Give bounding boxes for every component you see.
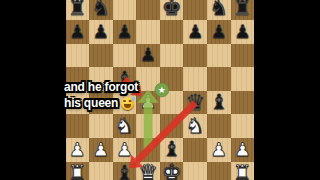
black-pawn-h7[interactable]: ♟ [231, 20, 255, 44]
square-a6[interactable] [66, 44, 90, 68]
square-a7[interactable]: ♟ [66, 20, 90, 44]
caption-line-2: his queen [64, 96, 118, 112]
square-e7[interactable] [160, 20, 184, 44]
square-e4[interactable] [160, 91, 184, 115]
caption: and he forgot his queen [64, 80, 138, 111]
square-b3[interactable] [89, 114, 113, 138]
square-a3[interactable] [66, 114, 90, 138]
square-b6[interactable] [89, 44, 113, 68]
video-frame: ♜♞♚♞♜♟♟♟♟♟♟♟♝♟♛♝♞♞♟♟♟♝♟♟♜♝♛♚♜ ★ and he f… [0, 0, 320, 180]
square-a1[interactable]: ♜ [66, 162, 90, 180]
square-g8[interactable]: ♞ [207, 0, 231, 20]
square-c1[interactable]: ♝ [113, 162, 137, 180]
square-h6[interactable] [231, 44, 255, 68]
square-f1[interactable] [183, 162, 207, 180]
white-rook-a1[interactable]: ♜ [66, 162, 90, 180]
square-e1[interactable]: ♚ [160, 162, 184, 180]
square-b8[interactable]: ♞ [89, 0, 113, 20]
white-bishop-e2[interactable]: ♝ [160, 138, 184, 162]
white-bishop-c1[interactable]: ♝ [113, 162, 137, 180]
square-g3[interactable] [207, 114, 231, 138]
square-g4[interactable]: ♝ [207, 91, 231, 115]
black-pawn-g7[interactable]: ♟ [207, 20, 231, 44]
white-knight-f3[interactable]: ♞ [183, 114, 207, 138]
square-e3[interactable] [160, 114, 184, 138]
square-h3[interactable] [231, 114, 255, 138]
white-knight-c3[interactable]: ♞ [113, 114, 137, 138]
black-rook-a8[interactable]: ♜ [66, 0, 90, 20]
black-pawn-b7[interactable]: ♟ [89, 20, 113, 44]
square-d5[interactable] [136, 67, 160, 91]
square-a2[interactable]: ♟ [66, 138, 90, 162]
black-bishop-g4[interactable]: ♝ [207, 91, 231, 115]
black-rook-h8[interactable]: ♜ [231, 0, 255, 20]
square-b1[interactable] [89, 162, 113, 180]
black-pawn-c7[interactable]: ♟ [113, 20, 137, 44]
square-f3[interactable]: ♞ [183, 114, 207, 138]
square-h4[interactable] [231, 91, 255, 115]
white-pawn-a2[interactable]: ♟ [66, 138, 90, 162]
sweat-smile-emoji [121, 97, 134, 110]
square-c3[interactable]: ♞ [113, 114, 137, 138]
square-d4[interactable]: ♟ [136, 91, 160, 115]
square-f8[interactable] [183, 0, 207, 20]
white-rook-h1[interactable]: ♜ [231, 162, 255, 180]
caption-line-1: and he forgot [64, 80, 138, 96]
square-c6[interactable] [113, 44, 137, 68]
black-pawn-f7[interactable]: ♟ [183, 20, 207, 44]
square-g6[interactable] [207, 44, 231, 68]
white-pawn-h2[interactable]: ♟ [231, 138, 255, 162]
square-f4[interactable]: ♛ [183, 91, 207, 115]
square-c7[interactable]: ♟ [113, 20, 137, 44]
square-h8[interactable]: ♜ [231, 0, 255, 20]
white-pawn-b2[interactable]: ♟ [89, 138, 113, 162]
square-e2[interactable]: ♝ [160, 138, 184, 162]
square-c8[interactable] [113, 0, 137, 20]
square-b2[interactable]: ♟ [89, 138, 113, 162]
square-g2[interactable]: ♟ [207, 138, 231, 162]
square-g7[interactable]: ♟ [207, 20, 231, 44]
white-queen-d1[interactable]: ♛ [136, 162, 160, 180]
square-g1[interactable] [207, 162, 231, 180]
black-pawn-d6[interactable]: ♟ [136, 44, 160, 68]
square-d3[interactable] [136, 114, 160, 138]
square-d7[interactable] [136, 20, 160, 44]
square-h7[interactable]: ♟ [231, 20, 255, 44]
white-pawn-d4[interactable]: ♟ [136, 91, 160, 115]
square-a8[interactable]: ♜ [66, 0, 90, 20]
black-knight-b8[interactable]: ♞ [89, 0, 113, 20]
square-e5[interactable] [160, 67, 184, 91]
square-h5[interactable] [231, 67, 255, 91]
black-king-e8[interactable]: ♚ [160, 0, 184, 20]
square-g5[interactable] [207, 67, 231, 91]
square-h1[interactable]: ♜ [231, 162, 255, 180]
black-queen-f4[interactable]: ♛ [183, 91, 207, 115]
white-pawn-c2[interactable]: ♟ [113, 138, 137, 162]
letterbox-left [0, 0, 64, 180]
square-c2[interactable]: ♟ [113, 138, 137, 162]
square-f2[interactable] [183, 138, 207, 162]
square-d6[interactable]: ♟ [136, 44, 160, 68]
square-h2[interactable]: ♟ [231, 138, 255, 162]
black-knight-g8[interactable]: ♞ [207, 0, 231, 20]
square-d8[interactable] [136, 0, 160, 20]
square-f7[interactable]: ♟ [183, 20, 207, 44]
black-pawn-a7[interactable]: ♟ [66, 20, 90, 44]
white-pawn-g2[interactable]: ♟ [207, 138, 231, 162]
square-f6[interactable] [183, 44, 207, 68]
square-b7[interactable]: ♟ [89, 20, 113, 44]
square-d1[interactable]: ♛ [136, 162, 160, 180]
square-d2[interactable] [136, 138, 160, 162]
square-f5[interactable] [183, 67, 207, 91]
white-king-e1[interactable]: ♚ [160, 162, 184, 180]
square-e8[interactable]: ♚ [160, 0, 184, 20]
letterbox-right [255, 0, 320, 180]
square-e6[interactable] [160, 44, 184, 68]
